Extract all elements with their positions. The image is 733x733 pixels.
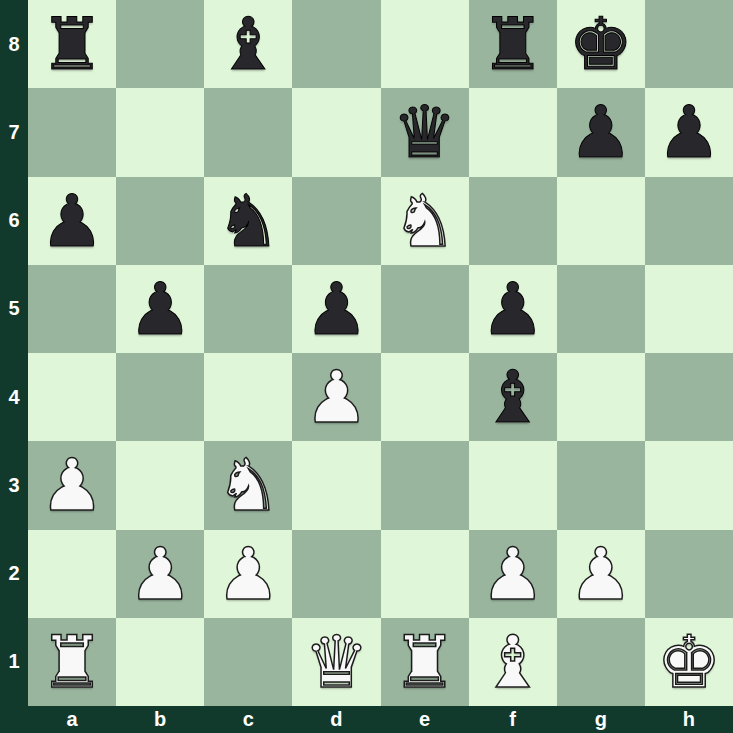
square-d5[interactable]: ♟ (292, 265, 380, 353)
square-g2[interactable]: ♟ (557, 530, 645, 618)
black-pawn-icon: ♟ (304, 265, 369, 353)
file-label-h: h (645, 706, 733, 733)
chess-board-app: 87654321 ♜♝♜♚♛♟♟♟♞♞♟♟♟♟♝♟♞♟♟♟♟♜♛♜♝♚ abcd… (0, 0, 733, 733)
rank-label-8: 8 (0, 0, 28, 88)
square-d6[interactable] (292, 177, 380, 265)
white-knight-icon: ♞ (392, 177, 457, 265)
square-h6[interactable] (645, 177, 733, 265)
file-label-g: g (557, 706, 645, 733)
white-pawn-icon: ♟ (304, 353, 369, 441)
file-label-e: e (381, 706, 469, 733)
rank-labels: 87654321 (0, 0, 28, 706)
black-pawn-icon: ♟ (128, 265, 193, 353)
white-king-icon: ♚ (657, 618, 722, 706)
square-e3[interactable] (381, 441, 469, 529)
square-b6[interactable] (116, 177, 204, 265)
square-b5[interactable]: ♟ (116, 265, 204, 353)
black-bishop-icon: ♝ (216, 0, 281, 88)
square-a8[interactable]: ♜ (28, 0, 116, 88)
square-d8[interactable] (292, 0, 380, 88)
square-f1[interactable]: ♝ (469, 618, 557, 706)
square-a7[interactable] (28, 88, 116, 176)
square-d3[interactable] (292, 441, 380, 529)
square-f3[interactable] (469, 441, 557, 529)
black-bishop-icon: ♝ (480, 353, 545, 441)
white-knight-icon: ♞ (216, 441, 281, 529)
square-e1[interactable]: ♜ (381, 618, 469, 706)
square-c7[interactable] (204, 88, 292, 176)
square-d7[interactable] (292, 88, 380, 176)
square-e2[interactable] (381, 530, 469, 618)
square-c4[interactable] (204, 353, 292, 441)
file-label-b: b (116, 706, 204, 733)
white-pawn-icon: ♟ (480, 530, 545, 618)
square-b3[interactable] (116, 441, 204, 529)
rank-label-3: 3 (0, 441, 28, 529)
black-pawn-icon: ♟ (657, 88, 722, 176)
white-pawn-icon: ♟ (569, 530, 634, 618)
square-e8[interactable] (381, 0, 469, 88)
rank-label-4: 4 (0, 353, 28, 441)
square-c3[interactable]: ♞ (204, 441, 292, 529)
square-f5[interactable]: ♟ (469, 265, 557, 353)
white-pawn-icon: ♟ (216, 530, 281, 618)
file-label-f: f (469, 706, 557, 733)
file-labels: abcdefgh (28, 706, 733, 733)
square-c5[interactable] (204, 265, 292, 353)
square-h8[interactable] (645, 0, 733, 88)
rank-label-2: 2 (0, 530, 28, 618)
rank-label-7: 7 (0, 88, 28, 176)
square-e7[interactable]: ♛ (381, 88, 469, 176)
square-a1[interactable]: ♜ (28, 618, 116, 706)
square-e5[interactable] (381, 265, 469, 353)
square-e6[interactable]: ♞ (381, 177, 469, 265)
square-b7[interactable] (116, 88, 204, 176)
square-g6[interactable] (557, 177, 645, 265)
black-king-icon: ♚ (569, 0, 634, 88)
white-pawn-icon: ♟ (128, 530, 193, 618)
square-b2[interactable]: ♟ (116, 530, 204, 618)
square-f6[interactable] (469, 177, 557, 265)
square-g3[interactable] (557, 441, 645, 529)
black-pawn-icon: ♟ (569, 88, 634, 176)
square-a4[interactable] (28, 353, 116, 441)
white-rook-icon: ♜ (40, 618, 105, 706)
square-b4[interactable] (116, 353, 204, 441)
square-h5[interactable] (645, 265, 733, 353)
square-c2[interactable]: ♟ (204, 530, 292, 618)
black-queen-icon: ♛ (392, 88, 457, 176)
white-bishop-icon: ♝ (480, 618, 545, 706)
square-e4[interactable] (381, 353, 469, 441)
square-h3[interactable] (645, 441, 733, 529)
square-c1[interactable] (204, 618, 292, 706)
square-g7[interactable]: ♟ (557, 88, 645, 176)
square-c8[interactable]: ♝ (204, 0, 292, 88)
square-d4[interactable]: ♟ (292, 353, 380, 441)
rank-label-6: 6 (0, 177, 28, 265)
square-f4[interactable]: ♝ (469, 353, 557, 441)
square-d1[interactable]: ♛ (292, 618, 380, 706)
black-knight-icon: ♞ (216, 177, 281, 265)
square-c6[interactable]: ♞ (204, 177, 292, 265)
square-g4[interactable] (557, 353, 645, 441)
square-a3[interactable]: ♟ (28, 441, 116, 529)
white-queen-icon: ♛ (304, 618, 369, 706)
square-f2[interactable]: ♟ (469, 530, 557, 618)
square-b8[interactable] (116, 0, 204, 88)
square-a5[interactable] (28, 265, 116, 353)
square-f8[interactable]: ♜ (469, 0, 557, 88)
file-label-a: a (28, 706, 116, 733)
file-label-c: c (204, 706, 292, 733)
black-pawn-icon: ♟ (40, 177, 105, 265)
black-rook-icon: ♜ (40, 0, 105, 88)
square-g1[interactable] (557, 618, 645, 706)
black-pawn-icon: ♟ (480, 265, 545, 353)
white-rook-icon: ♜ (392, 618, 457, 706)
white-pawn-icon: ♟ (40, 441, 105, 529)
square-g5[interactable] (557, 265, 645, 353)
square-h7[interactable]: ♟ (645, 88, 733, 176)
square-f7[interactable] (469, 88, 557, 176)
square-h1[interactable]: ♚ (645, 618, 733, 706)
square-a6[interactable]: ♟ (28, 177, 116, 265)
rank-label-1: 1 (0, 618, 28, 706)
black-rook-icon: ♜ (480, 0, 545, 88)
square-a2[interactable] (28, 530, 116, 618)
rank-label-5: 5 (0, 265, 28, 353)
square-d2[interactable] (292, 530, 380, 618)
square-h2[interactable] (645, 530, 733, 618)
square-h4[interactable] (645, 353, 733, 441)
file-label-d: d (292, 706, 380, 733)
square-b1[interactable] (116, 618, 204, 706)
board-grid: ♜♝♜♚♛♟♟♟♞♞♟♟♟♟♝♟♞♟♟♟♟♜♛♜♝♚ (28, 0, 733, 706)
square-g8[interactable]: ♚ (557, 0, 645, 88)
